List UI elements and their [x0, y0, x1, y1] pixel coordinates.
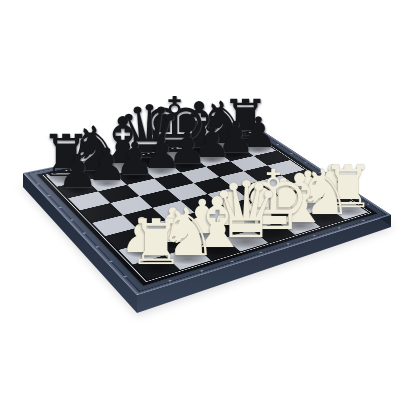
frame-rivet-dot: [123, 275, 127, 277]
frame-rivet-dot: [47, 195, 51, 197]
chess-set-photo: ♜♞♟♝♟♚♟♛♟♝♟♞♟♜♟♟♟♟♜♟♞♟♝♟♚♟♛♟♝♟♞♜: [0, 0, 416, 416]
frame-rivet-dot: [70, 219, 74, 221]
frame-rivet-dot: [82, 232, 86, 234]
frame-rivet-dot: [36, 183, 40, 185]
frame-rivet-dot: [109, 260, 113, 262]
piece-black-pawn-a7[interactable]: ♟: [57, 149, 98, 194]
frame-rivet-dot: [95, 246, 99, 248]
piece-white-rook-a1[interactable]: ♜: [128, 212, 184, 275]
frame-rivet-dot: [168, 280, 172, 282]
frame-rivet-dot: [58, 207, 62, 209]
